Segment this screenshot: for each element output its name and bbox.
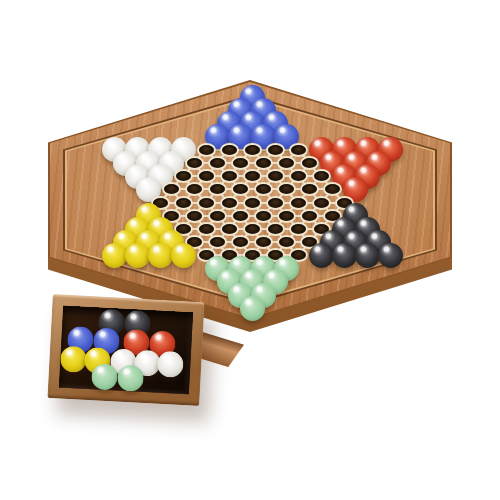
board-hole[interactable] (208, 156, 227, 170)
board-hole[interactable] (231, 182, 250, 196)
board-hole[interactable] (289, 169, 308, 183)
marble-black[interactable] (332, 243, 357, 268)
marble-yellow[interactable] (148, 243, 173, 268)
drawer-interior (59, 306, 193, 395)
board-hole[interactable] (185, 156, 204, 170)
board-hole[interactable] (289, 222, 308, 236)
marble-yellow[interactable] (171, 243, 196, 268)
board-hole[interactable] (231, 156, 250, 170)
board-hole[interactable] (197, 143, 216, 157)
product-photo (0, 0, 500, 500)
board-hole[interactable] (174, 169, 193, 183)
marble-white[interactable] (157, 351, 184, 378)
board-hole[interactable] (266, 143, 285, 157)
board-hole[interactable] (197, 169, 216, 183)
board-hole[interactable] (220, 222, 239, 236)
board-hole[interactable] (231, 235, 250, 249)
board-hole[interactable] (289, 143, 308, 157)
board-hole[interactable] (220, 196, 239, 210)
board-hole[interactable] (208, 182, 227, 196)
board-hole[interactable] (312, 169, 331, 183)
board-hole[interactable] (254, 235, 273, 249)
board-hole[interactable] (277, 156, 296, 170)
board-hole[interactable] (197, 196, 216, 210)
board-hole[interactable] (208, 235, 227, 249)
board-hole[interactable] (243, 143, 262, 157)
board-hole[interactable] (208, 209, 227, 223)
marble-black[interactable] (378, 243, 403, 268)
board-hole[interactable] (323, 182, 342, 196)
storage-drawer[interactable] (47, 294, 204, 406)
board-hole[interactable] (289, 196, 308, 210)
board-hole[interactable] (300, 182, 319, 196)
board-hole[interactable] (197, 222, 216, 236)
board-hole[interactable] (220, 169, 239, 183)
board-hole[interactable] (266, 196, 285, 210)
marble-black[interactable] (309, 243, 334, 268)
board-hole[interactable] (243, 169, 262, 183)
board-hole[interactable] (277, 182, 296, 196)
board-hole[interactable] (277, 235, 296, 249)
board-hole[interactable] (312, 196, 331, 210)
board-hole[interactable] (243, 222, 262, 236)
board-hole[interactable] (254, 209, 273, 223)
marble-yellow[interactable] (125, 243, 150, 268)
board-hole[interactable] (300, 156, 319, 170)
marble-yellow[interactable] (102, 243, 127, 268)
marble-black[interactable] (355, 243, 380, 268)
board-hole[interactable] (266, 169, 285, 183)
board-hole[interactable] (254, 156, 273, 170)
board-hole[interactable] (162, 182, 181, 196)
board-hole[interactable] (185, 182, 204, 196)
marble-green[interactable] (117, 365, 144, 392)
marble-green[interactable] (240, 296, 265, 321)
star-grid (48, 80, 452, 320)
board-hole[interactable] (174, 196, 193, 210)
board-hole[interactable] (277, 209, 296, 223)
marble-yellow[interactable] (60, 346, 87, 373)
board-hole[interactable] (254, 182, 273, 196)
marble-green[interactable] (91, 363, 118, 390)
board-hole[interactable] (243, 196, 262, 210)
board-hole[interactable] (185, 209, 204, 223)
board-hole[interactable] (231, 209, 250, 223)
board-hole[interactable] (300, 209, 319, 223)
board-hole[interactable] (220, 143, 239, 157)
game-board (48, 80, 452, 320)
board-hole[interactable] (266, 222, 285, 236)
